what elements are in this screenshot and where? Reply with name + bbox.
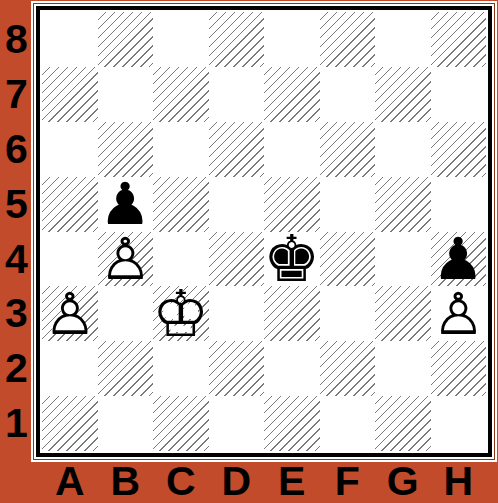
square-g6[interactable] [375,122,431,177]
square-a5[interactable] [42,177,98,232]
square-f8[interactable] [320,12,376,67]
rank-label-6: 6 [0,122,33,177]
rank-label-1: 1 [0,396,33,451]
square-f1[interactable] [320,396,376,451]
square-h5[interactable] [431,177,487,232]
square-h6[interactable] [431,122,487,177]
square-h1[interactable] [431,396,487,451]
rank-label-8: 8 [0,12,33,67]
square-d3[interactable] [209,286,265,341]
square-e4[interactable]: ♚ [264,232,320,287]
white-pawn-glyph: ♙ [432,285,484,343]
square-b7[interactable] [98,67,154,122]
file-label-a: A [42,460,98,502]
file-label-e: E [264,460,320,502]
white-pawn: ♟♙ [431,286,487,341]
square-b5[interactable]: ♟ [98,177,154,232]
rank-label-2: 2 [0,341,33,396]
file-label-d: D [209,460,265,502]
square-d7[interactable] [209,67,265,122]
square-d6[interactable] [209,122,265,177]
square-b3[interactable] [98,286,154,341]
square-b8[interactable] [98,12,154,67]
square-f7[interactable] [320,67,376,122]
square-g5[interactable] [375,177,431,232]
square-a6[interactable] [42,122,98,177]
square-g4[interactable] [375,232,431,287]
file-labels: ABCDEFGH [42,460,486,502]
square-f2[interactable] [320,341,376,396]
square-g8[interactable] [375,12,431,67]
rank-label-4: 4 [0,232,33,287]
square-f5[interactable] [320,177,376,232]
square-b2[interactable] [98,341,154,396]
square-a3[interactable]: ♟♙ [42,286,98,341]
board-frame-pinstripe: ♟♟♙♚♟♟♙♚♔♟♙ [33,3,495,460]
file-label-h: H [431,460,487,502]
square-a7[interactable] [42,67,98,122]
square-e8[interactable] [264,12,320,67]
file-label-b: B [98,460,154,502]
square-h8[interactable] [431,12,487,67]
square-d8[interactable] [209,12,265,67]
black-king: ♚ [264,232,320,287]
rank-labels: 87654321 [0,12,33,451]
white-pawn: ♟♙ [42,286,98,341]
square-d2[interactable] [209,341,265,396]
square-e3[interactable] [264,286,320,341]
square-b4[interactable]: ♟♙ [98,232,154,287]
square-g7[interactable] [375,67,431,122]
square-f4[interactable] [320,232,376,287]
white-pawn: ♟♙ [98,232,154,287]
square-h7[interactable] [431,67,487,122]
rank-label-3: 3 [0,286,33,341]
square-c6[interactable] [153,122,209,177]
file-label-g: G [375,460,431,502]
square-a2[interactable] [42,341,98,396]
square-h2[interactable] [431,341,487,396]
square-f6[interactable] [320,122,376,177]
rank-label-7: 7 [0,67,33,122]
square-b6[interactable] [98,122,154,177]
square-f3[interactable] [320,286,376,341]
chess-puzzle-diagram: { "game": "chess", "diagram_style": "boo… [0,0,498,503]
square-e1[interactable] [264,396,320,451]
white-pawn-glyph: ♙ [99,230,151,288]
square-c8[interactable] [153,12,209,67]
square-g3[interactable] [375,286,431,341]
white-pawn-glyph: ♙ [44,285,96,343]
square-d1[interactable] [209,396,265,451]
square-c3[interactable]: ♚♔ [153,286,209,341]
black-king-glyph: ♚ [263,227,320,291]
chess-board: ♟♟♙♚♟♟♙♚♔♟♙ [42,12,486,451]
square-g1[interactable] [375,396,431,451]
file-label-c: C [153,460,209,502]
file-label-f: F [320,460,376,502]
square-c5[interactable] [153,177,209,232]
black-pawn: ♟ [98,177,154,232]
square-h3[interactable]: ♟♙ [431,286,487,341]
square-a1[interactable] [42,396,98,451]
rank-label-5: 5 [0,177,33,232]
square-a4[interactable] [42,232,98,287]
square-d5[interactable] [209,177,265,232]
square-g2[interactable] [375,341,431,396]
square-e7[interactable] [264,67,320,122]
white-king-glyph: ♔ [152,282,209,346]
square-e6[interactable] [264,122,320,177]
square-c7[interactable] [153,67,209,122]
white-king: ♚♔ [153,286,209,341]
square-c2[interactable] [153,341,209,396]
square-e2[interactable] [264,341,320,396]
square-c1[interactable] [153,396,209,451]
square-h4[interactable]: ♟ [431,232,487,287]
board-frame: ♟♟♙♚♟♟♙♚♔♟♙ [31,1,497,462]
board-border: ♟♟♙♚♟♟♙♚♔♟♙ [36,6,492,457]
black-pawn: ♟ [431,232,487,287]
square-a8[interactable] [42,12,98,67]
square-b1[interactable] [98,396,154,451]
square-d4[interactable] [209,232,265,287]
